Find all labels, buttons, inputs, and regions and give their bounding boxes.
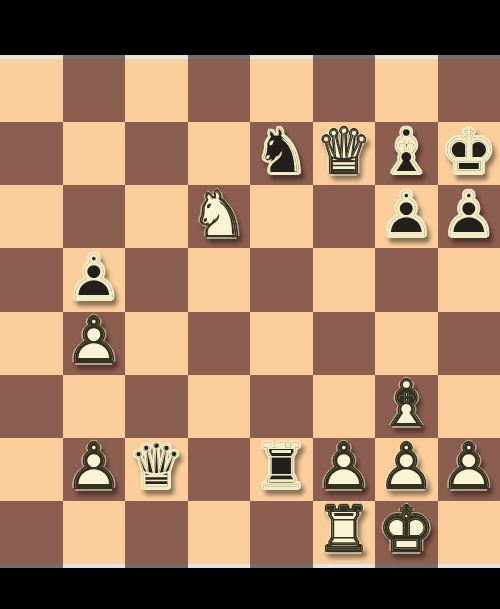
piece-white-pawn[interactable]: ♟♙ xyxy=(375,438,438,501)
square-h7[interactable]: ♚♔ xyxy=(438,122,500,185)
black-king-detail-icon: ♔ xyxy=(438,120,500,182)
piece-black-knight[interactable]: ♞♘ xyxy=(250,122,313,185)
square-g6[interactable]: ♟♙ xyxy=(375,185,438,248)
square-f7[interactable]: ♛♕ xyxy=(313,122,376,185)
square-c1[interactable] xyxy=(125,501,188,564)
square-h6[interactable]: ♟♙ xyxy=(438,185,500,248)
square-a2[interactable] xyxy=(0,438,63,501)
bevel-cell xyxy=(250,564,313,568)
square-a8[interactable] xyxy=(0,59,63,122)
square-b3[interactable] xyxy=(63,375,126,438)
black-knight-detail-icon: ♘ xyxy=(250,120,313,182)
square-g5[interactable] xyxy=(375,248,438,311)
square-b4[interactable]: ♟♙ xyxy=(63,312,126,375)
white-pawn-detail-icon: ♙ xyxy=(313,436,376,498)
square-g2[interactable]: ♟♙ xyxy=(375,438,438,501)
white-bishop-detail-icon: ♗ xyxy=(375,373,438,435)
white-pawn-detail-icon: ♙ xyxy=(63,436,126,498)
square-e4[interactable] xyxy=(250,312,313,375)
piece-black-queen[interactable]: ♛♕ xyxy=(125,438,188,501)
square-g3[interactable]: ♝♗ xyxy=(375,375,438,438)
square-g1[interactable]: ♚♔ xyxy=(375,501,438,564)
square-h3[interactable] xyxy=(438,375,500,438)
piece-white-knight[interactable]: ♞♘ xyxy=(188,185,251,248)
white-pawn-detail-icon: ♙ xyxy=(375,436,438,498)
square-a6[interactable] xyxy=(0,185,63,248)
black-pawn-detail-icon: ♙ xyxy=(438,183,500,245)
square-d5[interactable] xyxy=(188,248,251,311)
square-e3[interactable] xyxy=(250,375,313,438)
square-a1[interactable] xyxy=(0,501,63,564)
square-a3[interactable] xyxy=(0,375,63,438)
square-e8[interactable] xyxy=(250,59,313,122)
piece-white-bishop[interactable]: ♝♗ xyxy=(375,375,438,438)
square-f4[interactable] xyxy=(313,312,376,375)
square-c7[interactable] xyxy=(125,122,188,185)
square-b2[interactable]: ♟♙ xyxy=(63,438,126,501)
square-d1[interactable] xyxy=(188,501,251,564)
black-bishop-detail-icon: ♗ xyxy=(375,120,438,182)
white-king-detail-icon: ♔ xyxy=(375,499,438,561)
black-rook-detail-icon: ♖ xyxy=(250,436,313,498)
square-c6[interactable] xyxy=(125,185,188,248)
square-d6[interactable]: ♞♘ xyxy=(188,185,251,248)
square-d4[interactable] xyxy=(188,312,251,375)
square-e1[interactable] xyxy=(250,501,313,564)
piece-black-rook[interactable]: ♜♖ xyxy=(250,438,313,501)
square-f5[interactable] xyxy=(313,248,376,311)
square-h1[interactable] xyxy=(438,501,500,564)
bevel-cell xyxy=(0,564,63,568)
black-pawn-detail-icon: ♙ xyxy=(375,183,438,245)
piece-black-pawn[interactable]: ♟♙ xyxy=(63,248,126,311)
square-h8[interactable] xyxy=(438,59,500,122)
white-pawn-detail-icon: ♙ xyxy=(63,310,126,372)
square-h5[interactable] xyxy=(438,248,500,311)
black-pawn-detail-icon: ♙ xyxy=(63,246,126,308)
board-squares[interactable]: ♞♘♛♕♝♗♚♔♞♘♟♙♟♙♟♙♟♙♝♗♟♙♛♕♜♖♟♙♟♙♟♙♜♖♚♔ xyxy=(0,59,500,564)
square-b5[interactable]: ♟♙ xyxy=(63,248,126,311)
square-g4[interactable] xyxy=(375,312,438,375)
square-e6[interactable] xyxy=(250,185,313,248)
bevel-cell xyxy=(125,564,188,568)
square-f3[interactable] xyxy=(313,375,376,438)
square-d3[interactable] xyxy=(188,375,251,438)
piece-white-king[interactable]: ♚♔ xyxy=(375,501,438,564)
piece-white-pawn[interactable]: ♟♙ xyxy=(438,438,500,501)
square-c3[interactable] xyxy=(125,375,188,438)
square-f1[interactable]: ♜♖ xyxy=(313,501,376,564)
piece-black-bishop[interactable]: ♝♗ xyxy=(375,122,438,185)
piece-white-queen[interactable]: ♛♕ xyxy=(313,122,376,185)
white-pawn-detail-icon: ♙ xyxy=(438,436,500,498)
piece-white-rook[interactable]: ♜♖ xyxy=(313,501,376,564)
piece-black-pawn[interactable]: ♟♙ xyxy=(438,185,500,248)
white-knight-detail-icon: ♘ xyxy=(188,183,251,245)
square-a7[interactable] xyxy=(0,122,63,185)
bevel-cell xyxy=(63,564,126,568)
square-c2[interactable]: ♛♕ xyxy=(125,438,188,501)
piece-white-pawn[interactable]: ♟♙ xyxy=(313,438,376,501)
square-f8[interactable] xyxy=(313,59,376,122)
square-b6[interactable] xyxy=(63,185,126,248)
square-g8[interactable] xyxy=(375,59,438,122)
square-f2[interactable]: ♟♙ xyxy=(313,438,376,501)
piece-black-pawn[interactable]: ♟♙ xyxy=(375,185,438,248)
black-queen-detail-icon: ♕ xyxy=(125,436,188,498)
square-g7[interactable]: ♝♗ xyxy=(375,122,438,185)
square-c4[interactable] xyxy=(125,312,188,375)
square-h4[interactable] xyxy=(438,312,500,375)
square-b8[interactable] xyxy=(63,59,126,122)
square-f6[interactable] xyxy=(313,185,376,248)
white-queen-detail-icon: ♕ xyxy=(313,120,376,182)
square-d2[interactable] xyxy=(188,438,251,501)
square-a4[interactable] xyxy=(0,312,63,375)
piece-black-king[interactable]: ♚♔ xyxy=(438,122,500,185)
square-b1[interactable] xyxy=(63,501,126,564)
square-e7[interactable]: ♞♘ xyxy=(250,122,313,185)
bevel-cell xyxy=(438,564,500,568)
square-c8[interactable] xyxy=(125,59,188,122)
piece-white-pawn[interactable]: ♟♙ xyxy=(63,312,126,375)
app-background: ♞♘♛♕♝♗♚♔♞♘♟♙♟♙♟♙♟♙♝♗♟♙♛♕♜♖♟♙♟♙♟♙♜♖♚♔ xyxy=(0,0,500,609)
square-e5[interactable] xyxy=(250,248,313,311)
square-c5[interactable] xyxy=(125,248,188,311)
square-b7[interactable] xyxy=(63,122,126,185)
square-d8[interactable] xyxy=(188,59,251,122)
piece-white-pawn[interactable]: ♟♙ xyxy=(63,438,126,501)
chessboard[interactable]: ♞♘♛♕♝♗♚♔♞♘♟♙♟♙♟♙♟♙♝♗♟♙♛♕♜♖♟♙♟♙♟♙♜♖♚♔ xyxy=(0,55,500,568)
square-e2[interactable]: ♜♖ xyxy=(250,438,313,501)
square-h2[interactable]: ♟♙ xyxy=(438,438,500,501)
square-d7[interactable] xyxy=(188,122,251,185)
white-rook-detail-icon: ♖ xyxy=(313,499,376,561)
square-a5[interactable] xyxy=(0,248,63,311)
bevel-cell xyxy=(188,564,251,568)
